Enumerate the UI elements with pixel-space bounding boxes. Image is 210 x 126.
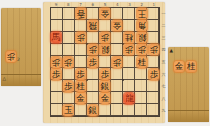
piece-5-4-gote[interactable]: 銀 (100, 44, 110, 55)
board-cell[interactable] (123, 56, 135, 68)
board-cell[interactable] (147, 92, 159, 104)
piece-7-8-sente[interactable]: 金 (76, 93, 86, 104)
piece-8-9-sente[interactable]: 玉 (63, 105, 73, 116)
piece-7-6-sente[interactable]: 歩 (76, 69, 86, 80)
board-cell[interactable] (123, 20, 135, 32)
board-cell[interactable] (75, 20, 87, 32)
piece-9-5-gote[interactable]: 歩 (51, 57, 61, 68)
board-cell[interactable] (51, 8, 63, 20)
board-cell[interactable] (51, 20, 63, 32)
piece-6-5-sente[interactable]: 歩 (88, 57, 98, 68)
piece-3-4-gote[interactable]: 歩 (124, 44, 134, 55)
board-cell[interactable] (111, 32, 123, 44)
board-cell[interactable] (51, 104, 63, 116)
piece-9-6-sente[interactable]: 歩 (51, 69, 61, 80)
piece-6-9-sente[interactable]: 銀 (88, 105, 98, 116)
board-cell[interactable] (99, 56, 111, 68)
board-cell[interactable] (123, 68, 135, 80)
board-cell[interactable] (99, 104, 111, 116)
piece-3-8-sente[interactable]: 龍 (124, 93, 134, 104)
piece-4-5-gote[interactable]: 歩 (112, 57, 122, 68)
board-cell[interactable] (135, 104, 147, 116)
piece-7-3-gote[interactable]: 歩 (76, 32, 86, 43)
board-cell[interactable] (87, 8, 99, 20)
rank-label: 五 (161, 56, 166, 68)
piece-1-6-sente[interactable]: 歩 (149, 69, 159, 80)
piece-6-4-gote[interactable]: 歩 (88, 44, 98, 55)
board-cell[interactable] (87, 92, 99, 104)
shogi-board[interactable]: 987654321 一二三四五六七八九 香金王飛金角馬歩歩桂銀歩銀歩歩歩歩歩歩歩… (43, 2, 165, 123)
board-cell[interactable] (111, 8, 123, 20)
board-cell[interactable] (63, 32, 75, 44)
board-cell[interactable] (135, 68, 147, 80)
board-cell[interactable] (123, 8, 135, 20)
board-cell[interactable] (123, 104, 135, 116)
rank-label: 九 (161, 105, 166, 117)
rank-label: 三 (161, 31, 166, 43)
board-cell[interactable] (87, 68, 99, 80)
piece-9-3-sente[interactable]: 馬 (51, 32, 61, 43)
board-cell[interactable] (63, 20, 75, 32)
piece-5-6-sente[interactable]: 歩 (100, 69, 110, 80)
board-cell[interactable] (111, 68, 123, 80)
piece-2-4-gote[interactable]: 歩 (137, 44, 147, 55)
piece-5-1-gote[interactable]: 金 (100, 8, 110, 19)
sente-indicator: ▲ (170, 48, 173, 53)
shogi-app: △ 歩2 987654321 一二三四五六七八九 香金王飛金角馬歩歩桂銀歩銀歩歩… (0, 0, 210, 126)
rank-label: 八 (161, 93, 166, 105)
hand-piece-count: 2 (17, 57, 20, 62)
piece-4-2-gote[interactable]: 金 (112, 20, 122, 31)
rank-label: 二 (161, 19, 166, 31)
rank-labels: 一二三四五六七八九 (161, 7, 166, 117)
rank-label: 四 (161, 44, 166, 56)
komadai-sente: ▲ 金桂 (168, 47, 209, 122)
board-cell[interactable] (111, 80, 123, 92)
board-cell[interactable] (51, 44, 63, 56)
piece-5-8-sente[interactable]: 金 (100, 93, 110, 104)
board-cell[interactable] (147, 32, 159, 44)
komadai-gote: △ 歩2 (1, 8, 41, 86)
piece-7-7-sente[interactable]: 桂 (76, 81, 86, 92)
board-cell[interactable] (75, 56, 87, 68)
board-cell[interactable] (63, 8, 75, 20)
board-cell[interactable] (123, 80, 135, 92)
rank-label: 七 (161, 80, 166, 92)
board-cell[interactable] (147, 80, 159, 92)
rank-label: 六 (161, 68, 166, 80)
board-cell[interactable] (63, 92, 75, 104)
board-cell[interactable] (147, 104, 159, 116)
board-cell[interactable] (51, 80, 63, 92)
piece-2-2-gote[interactable]: 角 (137, 20, 147, 31)
board-cell[interactable] (147, 56, 159, 68)
board-cell[interactable] (87, 32, 99, 44)
board-cell[interactable] (147, 20, 159, 32)
gote-indicator: △ (3, 76, 6, 81)
piece-8-5-gote[interactable]: 歩 (63, 57, 73, 68)
hand-piece-金[interactable]: 金 (174, 61, 184, 72)
board-cell[interactable] (135, 92, 147, 104)
piece-2-5-sente[interactable]: 桂 (137, 57, 147, 68)
board-cell[interactable] (75, 44, 87, 56)
hand-piece-桂[interactable]: 桂 (186, 61, 196, 72)
rank-label: 一 (161, 7, 166, 19)
komadai-gote-lip (1, 74, 41, 86)
piece-6-2-gote[interactable]: 飛 (88, 20, 98, 31)
piece-5-3-gote[interactable]: 歩 (100, 32, 110, 43)
board-cell[interactable] (63, 68, 75, 80)
piece-7-1-gote[interactable]: 香 (76, 8, 86, 19)
komadai-sente-lip (168, 110, 209, 122)
board-cell[interactable] (51, 92, 63, 104)
board-cell[interactable] (111, 44, 123, 56)
piece-8-7-sente[interactable]: 歩 (63, 81, 73, 92)
board-cell[interactable] (75, 104, 87, 116)
board-cell[interactable] (147, 8, 159, 20)
piece-1-4-gote[interactable]: 歩 (149, 44, 159, 55)
board-cell[interactable] (99, 20, 111, 32)
board-cell[interactable] (111, 104, 123, 116)
piece-5-7-sente[interactable]: 銀 (100, 81, 110, 92)
piece-2-3-gote[interactable]: 銀 (137, 32, 147, 43)
hand-piece-歩[interactable]: 歩 (6, 51, 16, 62)
board-cell[interactable] (135, 80, 147, 92)
piece-3-3-gote[interactable]: 桂 (124, 32, 134, 43)
board-cell[interactable] (111, 92, 123, 104)
board-cell[interactable] (63, 44, 75, 56)
board-cell[interactable] (87, 80, 99, 92)
piece-2-1-gote[interactable]: 王 (137, 8, 147, 19)
